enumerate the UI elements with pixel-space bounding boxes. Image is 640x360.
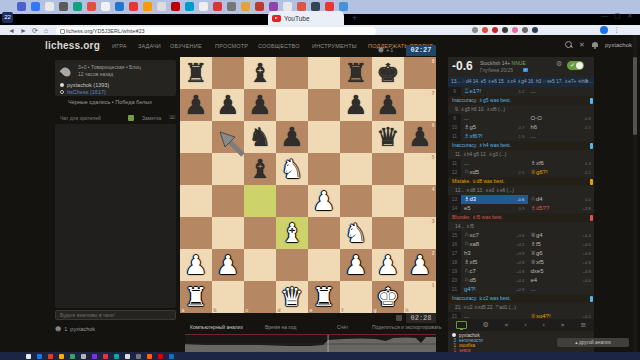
username-menu[interactable]: pyxtachok xyxy=(605,42,632,48)
extension-icon[interactable] xyxy=(482,27,488,33)
taskbar-app-icon[interactable] xyxy=(70,354,75,359)
judgment-marker-icon xyxy=(590,179,593,185)
close-window-button[interactable]: ✕ xyxy=(627,12,633,20)
coord-rank-5: 5 xyxy=(432,154,435,160)
chess-piece-black-rook[interactable]: ♜ xyxy=(340,57,372,89)
extension-icon[interactable] xyxy=(522,27,528,33)
board-square-a5[interactable] xyxy=(180,153,212,185)
browser-tab-favicon[interactable] xyxy=(311,2,320,11)
board-square-g2[interactable]: ♟ xyxy=(372,249,404,281)
maximize-button[interactable]: ▢ xyxy=(614,12,621,20)
analysis-eval-graph[interactable] xyxy=(185,334,436,352)
engine-pv-line[interactable]: 13... ♘d4 14. e5 ♗e6 15. ♗c4 ♗g4 16. h3 … xyxy=(448,77,594,87)
browser-tab-favicon[interactable] xyxy=(73,2,82,11)
board-square-e5[interactable] xyxy=(308,153,340,185)
move-black[interactable]: ... xyxy=(528,285,595,294)
move-number: 21 xyxy=(448,285,461,294)
tab-counter-badge[interactable]: 22 xyxy=(2,12,13,23)
board-square-g1[interactable]: ♚g xyxy=(372,281,404,313)
spectator-name: pyxtachok xyxy=(70,326,95,332)
chess-piece-black-pawn[interactable]: ♟ xyxy=(372,89,404,121)
underboard-tab-3[interactable]: Счёт xyxy=(337,324,348,330)
browser-tab-favicon[interactable] xyxy=(185,2,194,11)
board-square-f3[interactable]: ♞ xyxy=(340,217,372,249)
player-white-row[interactable]: pyxtachok (1393) xyxy=(60,82,109,88)
move-black-san: ♕xf5 xyxy=(531,258,544,267)
engine-toggle[interactable]: ✓ xyxy=(567,61,584,70)
board-square-c8[interactable]: ♝ xyxy=(244,57,276,89)
move-row: 21g4?!+2.8... xyxy=(448,285,594,294)
board-square-c1[interactable]: c xyxy=(244,281,276,313)
gear-icon[interactable]: ⚙ xyxy=(556,60,562,68)
move-row: 21...♕xg4?!+4.2 xyxy=(448,312,594,318)
board-square-f8[interactable]: ♜ xyxy=(340,57,372,89)
new-tab-button[interactable]: + xyxy=(352,13,357,23)
board-spectator-count: ☻ +1 xyxy=(378,47,394,53)
board-square-a6[interactable] xyxy=(180,121,212,153)
board-square-e3[interactable] xyxy=(308,217,340,249)
chess-piece-black-bishop[interactable]: ♝ xyxy=(244,57,276,89)
move-white-eval: 0.9 xyxy=(519,204,525,213)
browser-tab-favicon[interactable] xyxy=(283,2,292,11)
board-square-f4[interactable] xyxy=(340,185,372,217)
nav-item-4[interactable]: ПРОСМОТР xyxy=(215,43,248,49)
spectator-icon: ☻ xyxy=(55,325,61,332)
taskbar-app-icon[interactable] xyxy=(158,354,163,359)
coord-rank-7: 7 xyxy=(432,90,435,96)
board-square-d3[interactable]: ♝ xyxy=(276,217,308,249)
url-bar[interactable]: lichess.org/YD5J3ERL/white#23 xyxy=(56,27,376,35)
browser-tab-favicon[interactable] xyxy=(143,2,152,11)
board-square-e4[interactable]: ♟ xyxy=(308,185,340,217)
taskbar-app-icon[interactable] xyxy=(103,354,108,359)
move-white[interactable]: ♘c7+4.8 xyxy=(461,267,528,276)
board-square-a1[interactable]: ♜a xyxy=(180,281,212,313)
nav-item-1[interactable]: ИГРА xyxy=(112,43,127,49)
board-square-b1[interactable]: b xyxy=(212,281,244,313)
move-number: 20 xyxy=(448,276,461,285)
variation-line[interactable]: 9. ♗g5 h6 10. ♗xf6 (...) xyxy=(448,105,594,114)
move-row: 11♗xf6?!-1.9... xyxy=(448,132,594,141)
browser-tab-favicon[interactable] xyxy=(297,2,306,11)
chess-piece-white-pawn[interactable]: ♟ xyxy=(340,249,372,281)
browser-tab-favicon[interactable] xyxy=(325,2,334,11)
coord-file-g: g xyxy=(374,307,377,313)
extension-icon[interactable] xyxy=(472,27,478,33)
browser-tab-favicon[interactable] xyxy=(59,2,68,11)
board-square-c2[interactable] xyxy=(244,249,276,281)
move-white[interactable]: ♘xa8+4.5 xyxy=(461,240,528,249)
move-black-san: ♘d4 xyxy=(531,195,543,204)
spectator-list[interactable]: ☻ 1 pyxtachok xyxy=(55,325,95,332)
nav-item-3[interactable]: ОБУЧЕНИЕ xyxy=(170,43,202,49)
move-black[interactable]: ♕xf5+4.8 xyxy=(528,258,595,267)
move-black[interactable]: ♘d40.0 xyxy=(528,195,595,204)
site-security-icon[interactable] xyxy=(60,29,65,34)
board-square-g4[interactable] xyxy=(372,185,404,217)
notifications-bell-icon[interactable] xyxy=(592,42,598,47)
board-square-g7[interactable]: ♟ xyxy=(372,89,404,121)
taskbar-app-icon[interactable] xyxy=(26,354,31,359)
taskbar-app-icon[interactable] xyxy=(48,354,53,359)
chess-piece-white-pawn[interactable]: ♟ xyxy=(372,249,404,281)
board-square-d8[interactable] xyxy=(276,57,308,89)
move-white[interactable]: h3+3.9 xyxy=(461,249,528,258)
move-black[interactable]: ... xyxy=(528,87,595,96)
browser-menu-icon[interactable]: ⋮ xyxy=(613,26,620,34)
game-setup-text: 3+0 • Товарищеская • Блиц xyxy=(78,64,141,70)
board-square-a2[interactable]: ♟ xyxy=(180,249,212,281)
move-black-eval: +4.6 xyxy=(583,276,591,285)
move-black-san: ♕xg4?! xyxy=(531,312,551,318)
screen: 22 YouTube + — ▢ ✕ ◄ ► ⟳ ⌂ lichess.org/Y… xyxy=(0,0,640,360)
judgment-comment: Blunder. ♗f5 was best. xyxy=(448,213,594,222)
nav-item-6[interactable]: ИНСТРУМЕНТЫ xyxy=(312,43,357,49)
move-black-san: ... xyxy=(531,132,536,141)
move-white-eval: -1.2 xyxy=(517,87,524,96)
move-black-san: ... xyxy=(531,285,536,294)
browser-tab-favicon[interactable] xyxy=(339,2,348,11)
underboard-tab-1[interactable]: Компьютерный анализ xyxy=(190,324,243,330)
taskbar-app-icon[interactable] xyxy=(125,354,130,359)
move-row: 9♖e1?!-1.2... xyxy=(448,87,594,96)
move-list[interactable]: 9♖e1?!-1.2...Inaccuracy. ♗g5 was best.9.… xyxy=(448,87,594,318)
board-square-a4[interactable] xyxy=(180,185,212,217)
board-square-h7[interactable]: 7 xyxy=(404,89,436,121)
move-black-san: ♗f5 xyxy=(531,240,541,249)
game-result-text: Чёрные сдались • Победа белых xyxy=(35,99,185,105)
game-time-ago: 12 часов назад xyxy=(78,71,113,77)
board-square-d6[interactable]: ♟ xyxy=(276,121,308,153)
move-white-eval: -2.5 xyxy=(517,168,524,177)
board-square-e7[interactable] xyxy=(308,89,340,121)
move-number: 16 xyxy=(448,240,461,249)
browser-tab-favicon[interactable] xyxy=(171,2,180,11)
chess-piece-white-pawn[interactable]: ♟ xyxy=(212,249,244,281)
browser-tab-favicon[interactable] xyxy=(213,2,222,11)
board-square-f7[interactable]: ♟ xyxy=(340,89,372,121)
browser-tab-favicon[interactable] xyxy=(17,2,26,11)
move-black-eval: -0.8 xyxy=(584,114,591,123)
board-square-c4[interactable] xyxy=(244,185,276,217)
taskbar-app-icon[interactable] xyxy=(59,354,64,359)
board-square-f6[interactable] xyxy=(340,121,372,153)
move-white[interactable]: ♖e1?!-1.2 xyxy=(461,87,528,96)
board-square-h3[interactable]: 3 xyxy=(404,217,436,249)
browser-profile-avatar[interactable] xyxy=(600,26,608,34)
board-square-h1[interactable]: h1 xyxy=(404,281,436,313)
board-square-c3[interactable] xyxy=(244,217,276,249)
active-browser-tab[interactable]: YouTube xyxy=(268,11,344,25)
engine-nnue-badge: NNUE xyxy=(512,60,526,66)
phone-icon[interactable]: ☏ xyxy=(168,113,177,121)
board-square-g6[interactable]: ♛ xyxy=(372,121,404,153)
underboard-tab-2[interactable]: Время на ход xyxy=(265,324,296,330)
board-square-h8[interactable]: 8 xyxy=(404,57,436,89)
board-square-d1[interactable]: ♛d xyxy=(276,281,308,313)
chess-board[interactable]: ♜♝♜♚8♟♟♟♟♟7♞♟♛♟6♝♞5♟4♝♞3♟♟♟♟♟2♜abc♛d♜ef♚… xyxy=(180,57,436,313)
board-square-e2[interactable] xyxy=(308,249,340,281)
last-move-icon[interactable]: » xyxy=(560,319,564,331)
move-row: 16♘xa8+4.5♗f5+4.6 xyxy=(448,240,594,249)
board-square-g8[interactable]: ♚ xyxy=(372,57,404,89)
chat-toggle[interactable] xyxy=(128,115,134,121)
move-white[interactable]: ... xyxy=(461,114,528,123)
board-square-d5[interactable]: ♞ xyxy=(276,153,308,185)
board-square-a7[interactable]: ♟ xyxy=(180,89,212,121)
judgment-comment: Inaccuracy. ♗g5 was best. xyxy=(448,96,594,105)
move-white[interactable]: ♗xf6?!-1.9 xyxy=(461,132,528,141)
os-taskbar[interactable] xyxy=(0,352,640,360)
move-white[interactable]: ♘xd5-2.5 xyxy=(461,168,528,177)
move-black-eval: -0.7 xyxy=(584,123,591,132)
move-white[interactable]: ♘xc7+3.6 xyxy=(461,231,528,240)
move-number: 19 xyxy=(448,267,461,276)
minimize-button[interactable]: — xyxy=(601,12,608,19)
board-square-e1[interactable]: ♜e xyxy=(308,281,340,313)
board-square-a3[interactable] xyxy=(180,217,212,249)
chess-piece-black-queen[interactable]: ♛ xyxy=(372,121,404,153)
board-square-b4[interactable] xyxy=(212,185,244,217)
extension-icon[interactable] xyxy=(532,27,538,33)
board-square-h6[interactable]: ♟6 xyxy=(404,121,436,153)
menu-icon[interactable]: ≡ xyxy=(580,319,586,331)
move-number: 14 xyxy=(448,204,461,213)
move-black-eval: -1.3 xyxy=(584,159,591,168)
browser-tab-favicon[interactable] xyxy=(227,2,236,11)
move-black[interactable]: ♕g6?!-0.1 xyxy=(528,168,595,177)
variation-line[interactable]: 14... ♗f5 xyxy=(448,222,594,231)
lichess-logo[interactable]: lichess.org xyxy=(45,40,100,51)
first-move-icon[interactable]: « xyxy=(504,319,508,331)
board-square-e6[interactable] xyxy=(308,121,340,153)
board-square-c7[interactable]: ♟ xyxy=(244,89,276,121)
move-number: 12 xyxy=(448,168,461,177)
move-white[interactable]: g4?!+2.8 xyxy=(461,285,528,294)
info-icon[interactable]: i xyxy=(523,68,528,73)
board-square-d2[interactable] xyxy=(276,249,308,281)
taskbar-app-icon[interactable] xyxy=(92,354,97,359)
move-number: 9 xyxy=(448,114,461,123)
chess-piece-black-pawn[interactable]: ♟ xyxy=(276,121,308,153)
move-row: 12♘xd5-2.5♕g6?!-0.1 xyxy=(448,168,594,177)
browser-tab-favicon[interactable] xyxy=(255,2,264,11)
move-black-san: e4 xyxy=(531,276,538,285)
browser-tab-favicon[interactable] xyxy=(129,2,138,11)
board-square-a8[interactable]: ♜ xyxy=(180,57,212,89)
move-black[interactable]: ♗f5+4.6 xyxy=(528,240,595,249)
move-white-eval: +4.8 xyxy=(516,267,524,276)
chess-piece-white-knight[interactable]: ♞ xyxy=(340,217,372,249)
close-search-icon[interactable]: ✕ xyxy=(579,41,585,48)
settings-gear-icon[interactable]: ⚙ xyxy=(482,319,488,331)
variation-line[interactable]: 21. ♕c2 ♕xd5 22. ♖ad1 (...) xyxy=(448,303,594,312)
browser-tab-favicon[interactable] xyxy=(115,2,124,11)
forward-icon[interactable]: ► xyxy=(20,27,27,34)
coord-rank-6: 6 xyxy=(432,122,435,128)
back-icon[interactable]: ◄ xyxy=(8,27,15,34)
board-square-b2[interactable]: ♟ xyxy=(212,249,244,281)
toggle-knob xyxy=(576,62,583,69)
active-tab-label: YouTube xyxy=(284,15,310,22)
move-black[interactable]: ♗xf6-1.3 xyxy=(528,159,595,168)
move-black-san: ... xyxy=(531,87,536,96)
chess-piece-black-pawn[interactable]: ♟ xyxy=(180,89,212,121)
player-black-row[interactable]: ItsChess (1617) xyxy=(60,89,106,95)
move-white[interactable]: ♗g5-0.7 xyxy=(461,123,528,132)
judgment-marker-icon xyxy=(590,215,593,221)
move-white[interactable]: ♗xf5+4.8 xyxy=(461,258,528,267)
board-square-g3[interactable] xyxy=(372,217,404,249)
board-square-f2[interactable]: ♟ xyxy=(340,249,372,281)
move-black[interactable]: O-O-0.8 xyxy=(528,114,595,123)
move-number: 10 xyxy=(448,123,461,132)
white-player-dot xyxy=(452,333,456,337)
player-black-name: ItsChess (1617) xyxy=(67,89,106,95)
page-scrollbar-thumb[interactable] xyxy=(633,57,637,135)
move-white-san: ... xyxy=(464,312,469,318)
extension-icon[interactable] xyxy=(502,27,508,33)
taskbar-app-icon[interactable] xyxy=(147,354,152,359)
prev-move-icon[interactable]: ‹ xyxy=(524,319,527,331)
move-white-san: ♘d5 xyxy=(464,276,476,285)
browser-tab-favicon[interactable] xyxy=(45,2,54,11)
chess-piece-black-pawn[interactable]: ♟ xyxy=(212,89,244,121)
chess-piece-white-knight[interactable]: ♞ xyxy=(276,153,308,185)
engine-name: Stockfish 14+ NNUE xyxy=(480,60,526,66)
chess-piece-black-pawn[interactable]: ♟ xyxy=(244,89,276,121)
chess-piece-white-rook[interactable]: ♜ xyxy=(180,281,212,313)
next-move-icon[interactable]: › xyxy=(542,319,545,331)
taskbar-app-icon[interactable] xyxy=(37,354,42,359)
player-white-name: pyxtachok (1393) xyxy=(67,82,109,88)
other-analysis-button[interactable]: ▴ другой анализ xyxy=(557,338,629,347)
coord-file-c: c xyxy=(246,307,249,313)
board-square-b8[interactable] xyxy=(212,57,244,89)
extension-icon[interactable] xyxy=(492,27,498,33)
taskbar-app-icon[interactable] xyxy=(136,354,141,359)
move-number: 11 xyxy=(448,132,461,141)
taskbar-app-icon[interactable] xyxy=(81,354,86,359)
browser-tab-favicon[interactable] xyxy=(241,2,250,11)
move-black[interactable]: e4+4.6 xyxy=(528,276,595,285)
board-square-g5[interactable] xyxy=(372,153,404,185)
clock-settings-icon[interactable] xyxy=(396,315,402,321)
taskbar-app-icon[interactable] xyxy=(169,354,174,359)
taskbar-app-icon[interactable] xyxy=(114,354,119,359)
chess-piece-white-rook[interactable]: ♜ xyxy=(308,281,340,313)
move-white-san: ♗xf6?! xyxy=(464,132,482,141)
chess-piece-white-pawn[interactable]: ♟ xyxy=(180,249,212,281)
move-black[interactable]: ♕g4+4.4 xyxy=(528,231,595,240)
header-right: ✕ pyxtachok xyxy=(565,41,632,48)
white-color-icon xyxy=(60,83,64,87)
board-square-b7[interactable]: ♟ xyxy=(212,89,244,121)
move-number: 17 xyxy=(448,249,461,258)
move-white-san: ... xyxy=(464,114,469,123)
move-white[interactable]: ♘d5+4.4 xyxy=(461,276,528,285)
extension-icon[interactable] xyxy=(512,27,518,33)
home-icon[interactable]: ⌂ xyxy=(44,27,48,34)
judgment-comment: Mistake. ♕d8 was best. xyxy=(448,177,594,186)
chess-piece-white-queen[interactable]: ♛ xyxy=(276,281,308,313)
pv-expand-caret[interactable]: ▼ xyxy=(585,79,589,84)
board-square-h5[interactable]: 5 xyxy=(404,153,436,185)
board-square-d4[interactable] xyxy=(276,185,308,217)
underboard-tab-4[interactable]: Поделиться и экспортировать xyxy=(372,324,441,330)
board-square-f5[interactable] xyxy=(340,153,372,185)
move-black[interactable]: ... xyxy=(528,132,595,141)
browser-tab-favicon[interactable] xyxy=(31,2,40,11)
move-black-eval: +4.2 xyxy=(583,312,591,318)
move-number: 18 xyxy=(448,258,461,267)
browser-tab-favicon[interactable] xyxy=(157,2,166,11)
youtube-favicon-icon xyxy=(272,15,281,22)
move-black[interactable]: ♗d5??+3.8 xyxy=(528,204,595,213)
board-square-h4[interactable]: 4 xyxy=(404,185,436,217)
move-black[interactable]: h6-0.7 xyxy=(528,123,595,132)
reload-icon[interactable]: ⟳ xyxy=(32,27,38,34)
chess-piece-black-king[interactable]: ♚ xyxy=(372,57,404,89)
move-white[interactable]: ... xyxy=(461,159,528,168)
board-square-d7[interactable] xyxy=(276,89,308,121)
move-white[interactable]: ... xyxy=(461,312,528,318)
move-black-san: dxe5 xyxy=(531,267,544,276)
judgment-marker-icon xyxy=(590,143,593,149)
nav-item-2[interactable]: ЗАДАЧИ xyxy=(138,43,161,49)
board-square-f1[interactable]: f xyxy=(340,281,372,313)
nav-item-5[interactable]: СООБЩЕСТВО xyxy=(258,43,300,49)
move-row: 15♘xc7+3.6♕g4+4.4 xyxy=(448,231,594,240)
engine-monitor-icon[interactable] xyxy=(456,321,467,329)
tab-spectator-chat[interactable]: Чат для зрителей xyxy=(60,115,101,121)
move-white-eval: -1.9 xyxy=(517,132,524,141)
variation-line[interactable]: 11. ♗h4 g5 12. ♗g3 (...) xyxy=(448,150,594,159)
move-number: 9 xyxy=(448,87,461,96)
chess-piece-black-rook[interactable]: ♜ xyxy=(180,57,212,89)
browser-tab-favicon[interactable] xyxy=(269,2,278,11)
move-white[interactable]: ♗d3-0.6 xyxy=(461,195,528,204)
search-icon[interactable] xyxy=(565,41,572,48)
move-black[interactable]: ♕g6+4.8 xyxy=(528,249,595,258)
move-black-san: ♗d5?? xyxy=(531,204,550,213)
coord-file-b: b xyxy=(214,307,217,313)
move-black-san: ♗xf6 xyxy=(531,159,544,168)
browser-tab-favicon[interactable] xyxy=(101,2,110,11)
browser-tab-favicon[interactable] xyxy=(87,2,96,11)
board-square-e8[interactable] xyxy=(308,57,340,89)
chess-piece-white-king[interactable]: ♚ xyxy=(372,281,404,313)
board-square-h2[interactable]: ♟2 xyxy=(404,249,436,281)
extension-icons[interactable] xyxy=(468,27,538,35)
variation-line[interactable]: 12... ♕d8 13. ♗e3 ♗e6 (...) xyxy=(448,186,594,195)
move-row: 18♗xf5+4.8♕xf5+4.8 xyxy=(448,258,594,267)
move-white-eval: -0.7 xyxy=(517,123,524,132)
chess-piece-white-pawn[interactable]: ♟ xyxy=(308,185,340,217)
move-white[interactable]: e50.9 xyxy=(461,204,528,213)
browser-tab-favicon[interactable] xyxy=(199,2,208,11)
chat-input[interactable]: Будьте вежливы в чате! xyxy=(55,310,176,320)
chess-piece-white-bishop[interactable]: ♝ xyxy=(276,217,308,249)
coord-file-a: a xyxy=(182,307,185,313)
tab-note[interactable]: Заметка xyxy=(142,115,161,121)
move-black[interactable]: ♕xg4?!+4.2 xyxy=(528,312,595,318)
move-black-eval: +4.8 xyxy=(583,249,591,258)
move-black[interactable]: dxe5+4.8 xyxy=(528,267,595,276)
chess-piece-black-pawn[interactable]: ♟ xyxy=(340,89,372,121)
board-square-b3[interactable] xyxy=(212,217,244,249)
move-white-san: ♘xd5 xyxy=(464,168,479,177)
